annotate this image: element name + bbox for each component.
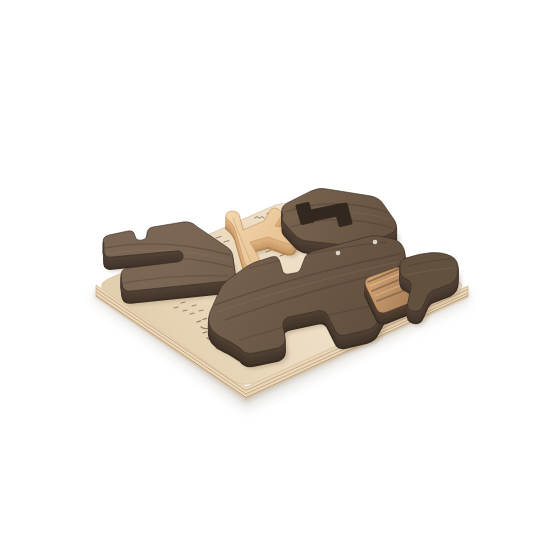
puzzle-scene: tato®: [0, 0, 560, 560]
eye-dot-left: [336, 251, 341, 256]
eye-dot-right: [373, 240, 378, 245]
product-photo-stage: tato®: [0, 0, 560, 560]
